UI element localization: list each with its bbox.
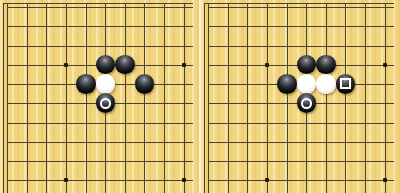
go-diagram-pair [0, 0, 400, 193]
stone-layer [0, 0, 194, 190]
white-stone [316, 74, 336, 94]
black-stone [277, 74, 297, 94]
black-stone [96, 55, 116, 75]
stone-layer [201, 0, 395, 190]
square-marker-icon [340, 78, 351, 89]
go-board-left[interactable] [0, 0, 199, 193]
black-stone [135, 74, 155, 94]
white-stone [96, 74, 116, 94]
white-stone [297, 74, 317, 94]
go-board-right[interactable] [201, 0, 400, 193]
black-stone [316, 55, 336, 75]
circle-marker-icon [100, 98, 111, 109]
black-stone [115, 55, 135, 75]
circle-marker-icon [301, 98, 312, 109]
black-stone [76, 74, 96, 94]
black-stone [336, 74, 356, 94]
black-stone [297, 55, 317, 75]
black-stone [96, 93, 116, 113]
black-stone [297, 93, 317, 113]
